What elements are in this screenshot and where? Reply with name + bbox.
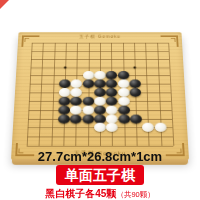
board-perspective-wrap: 五子棋 Gomoku 五子棋 Gomoku	[11, 32, 189, 160]
white-stone	[118, 88, 130, 97]
white-stone	[106, 123, 118, 132]
white-stone	[94, 97, 106, 106]
black-stone	[130, 88, 142, 97]
white-stone	[59, 88, 71, 97]
subtitle-note: （共90颗）	[116, 190, 154, 199]
star-point	[133, 66, 136, 69]
white-stone	[70, 105, 82, 114]
white-stone	[106, 114, 118, 123]
black-stone	[130, 114, 142, 123]
black-stone	[58, 105, 70, 114]
gomoku-board: 五子棋 Gomoku 五子棋 Gomoku	[11, 32, 189, 160]
star-point	[64, 66, 67, 69]
white-stone	[106, 105, 118, 114]
white-stone	[71, 80, 83, 89]
white-stone	[94, 71, 105, 80]
black-stone	[70, 97, 82, 106]
white-stone	[94, 123, 106, 132]
white-stone	[71, 88, 83, 97]
black-stone	[94, 80, 105, 89]
black-stone	[70, 114, 82, 123]
black-stone	[58, 114, 70, 123]
black-stone	[94, 114, 106, 123]
black-stone	[106, 97, 118, 106]
black-stone	[118, 114, 130, 123]
goban-grid	[27, 43, 174, 146]
black-stone	[129, 80, 141, 89]
black-stone	[106, 80, 117, 89]
grid-line-h	[27, 137, 173, 138]
black-stone	[59, 80, 71, 89]
black-stone	[82, 114, 94, 123]
subtitle-main: 黑白棋子各45颗	[45, 188, 116, 199]
product-image: 五子棋 Gomoku 五子棋 Gomoku 27.7cm*26.8cm*1cm …	[0, 0, 200, 200]
board-title-top: 五子棋 Gomoku	[18, 34, 182, 39]
white-stone	[118, 97, 130, 106]
black-stone	[118, 105, 130, 114]
grid-line-v	[88, 43, 90, 146]
white-stone	[83, 71, 94, 80]
black-stone	[118, 71, 129, 80]
product-subtitle: 黑白棋子各45颗（共90颗）	[0, 187, 200, 200]
white-stone	[142, 123, 154, 132]
black-stone	[59, 97, 71, 106]
black-stone	[106, 71, 117, 80]
black-stone	[106, 88, 118, 97]
product-dimensions: 27.7cm*26.8cm*1cm	[0, 149, 200, 164]
white-stone	[82, 105, 94, 114]
black-stone	[94, 88, 105, 97]
gomoku-board-zone: 五子棋 Gomoku 五子棋 Gomoku	[11, 14, 189, 160]
grid-line-v	[168, 43, 174, 146]
black-stone	[94, 105, 106, 114]
black-stone	[83, 80, 94, 89]
product-title-badge: 单面五子棋	[56, 165, 144, 185]
white-stone	[118, 80, 130, 89]
black-stone	[82, 97, 94, 106]
white-stone	[154, 123, 166, 132]
promo-corner-badge	[0, 0, 9, 9]
grid-line-h	[27, 146, 174, 147]
